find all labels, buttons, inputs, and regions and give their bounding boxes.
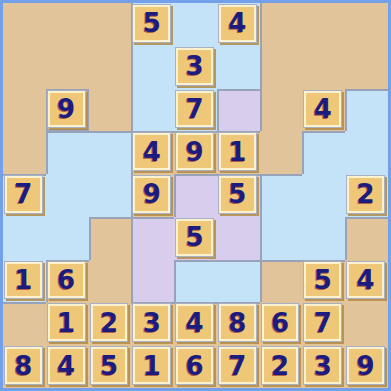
- cell-r8c4[interactable]: 6: [174, 345, 217, 388]
- cell-r2c1[interactable]: 9: [46, 89, 89, 132]
- tile[interactable]: 4: [303, 90, 342, 129]
- cell-r6c4[interactable]: [174, 260, 217, 303]
- tile-digit: 1: [57, 310, 75, 336]
- cell-r3c3[interactable]: 4: [131, 131, 174, 174]
- cell-r7c1[interactable]: 1: [46, 302, 89, 345]
- cell-r1c2[interactable]: [89, 46, 132, 89]
- cell-r2c3[interactable]: [131, 89, 174, 132]
- tile-digit: 6: [271, 310, 289, 336]
- cell-r3c0[interactable]: [3, 131, 46, 174]
- tile-digit: 1: [14, 267, 32, 293]
- tile[interactable]: 4: [47, 346, 86, 385]
- cell-r1c6[interactable]: [260, 46, 303, 89]
- tile-digit: 8: [228, 310, 246, 336]
- cell-r2c0[interactable]: [3, 89, 46, 132]
- cell-r4c7[interactable]: [302, 174, 345, 217]
- tile[interactable]: 8: [4, 346, 43, 385]
- tile[interactable]: 9: [47, 90, 86, 129]
- tile[interactable]: 5: [218, 175, 257, 214]
- cell-r2c7[interactable]: 4: [302, 89, 345, 132]
- cell-r0c4[interactable]: [174, 3, 217, 46]
- cell-r7c7[interactable]: 7: [302, 302, 345, 345]
- tile[interactable]: 2: [346, 175, 385, 214]
- cell-r6c2[interactable]: [89, 260, 132, 303]
- cell-r4c5[interactable]: 5: [217, 174, 260, 217]
- tile[interactable]: 6: [175, 346, 214, 385]
- tile[interactable]: 7: [175, 90, 214, 129]
- cell-r4c1[interactable]: [46, 174, 89, 217]
- cell-r4c2[interactable]: [89, 174, 132, 217]
- tile-digit: 7: [185, 96, 203, 122]
- tile-digit: 4: [143, 139, 161, 165]
- tile[interactable]: 6: [261, 303, 300, 342]
- tile-digit: 1: [228, 139, 246, 165]
- tile[interactable]: 4: [175, 303, 214, 342]
- cell-r0c3[interactable]: 5: [131, 3, 174, 46]
- tile[interactable]: 5: [175, 218, 214, 257]
- cell-r0c1[interactable]: [46, 3, 89, 46]
- tile[interactable]: 2: [90, 303, 129, 342]
- tile-digit: 4: [314, 96, 332, 122]
- tile-digit: 3: [185, 53, 203, 79]
- tile[interactable]: 3: [303, 346, 342, 385]
- tile[interactable]: 1: [4, 261, 43, 300]
- cell-r5c5[interactable]: [217, 217, 260, 260]
- tile-digit: 4: [57, 353, 75, 379]
- cell-r7c0[interactable]: [3, 302, 46, 345]
- tile[interactable]: 9: [346, 346, 385, 385]
- cell-r1c3[interactable]: [131, 46, 174, 89]
- cell-r0c7[interactable]: [302, 3, 345, 46]
- cell-r7c2[interactable]: 2: [89, 302, 132, 345]
- cell-r7c3[interactable]: 3: [131, 302, 174, 345]
- cell-r8c0[interactable]: 8: [3, 345, 46, 388]
- tile-digit: 3: [143, 310, 161, 336]
- tile[interactable]: 1: [132, 346, 171, 385]
- tile-digit: 9: [57, 96, 75, 122]
- cell-r0c6[interactable]: [260, 3, 303, 46]
- tile-digit: 2: [100, 310, 118, 336]
- cell-r0c8[interactable]: [345, 3, 388, 46]
- cell-r2c5[interactable]: [217, 89, 260, 132]
- cell-r5c0[interactable]: [3, 217, 46, 260]
- cell-r5c3[interactable]: [131, 217, 174, 260]
- cell-r7c4[interactable]: 4: [174, 302, 217, 345]
- cell-r4c8[interactable]: 2: [345, 174, 388, 217]
- tile-digit: 1: [143, 353, 161, 379]
- cell-r5c6[interactable]: [260, 217, 303, 260]
- tile-digit: 2: [357, 181, 375, 207]
- cell-r8c1[interactable]: 4: [46, 345, 89, 388]
- cell-r3c4[interactable]: 9: [174, 131, 217, 174]
- cell-r8c5[interactable]: 7: [217, 345, 260, 388]
- cell-r3c2[interactable]: [89, 131, 132, 174]
- tile-digit: 9: [185, 139, 203, 165]
- tile-digit: 7: [228, 353, 246, 379]
- cell-r1c7[interactable]: [302, 46, 345, 89]
- tile-digit: 4: [357, 267, 375, 293]
- tile-digit: 5: [185, 224, 203, 250]
- tile-digit: 3: [314, 353, 332, 379]
- tile[interactable]: 2: [261, 346, 300, 385]
- cell-r0c5[interactable]: 4: [217, 3, 260, 46]
- tile-digit: 4: [228, 10, 246, 36]
- tile-digit: 5: [143, 10, 161, 36]
- tile-digit: 5: [100, 353, 118, 379]
- tile[interactable]: 3: [132, 303, 171, 342]
- cell-r2c4[interactable]: 7: [174, 89, 217, 132]
- cell-r5c1[interactable]: [46, 217, 89, 260]
- tile[interactable]: 7: [4, 175, 43, 214]
- cell-r8c7[interactable]: 3: [302, 345, 345, 388]
- tile-digit: 2: [271, 353, 289, 379]
- tile[interactable]: 7: [218, 346, 257, 385]
- tile[interactable]: 7: [303, 303, 342, 342]
- tile[interactable]: 5: [132, 4, 171, 43]
- cell-r6c3[interactable]: [131, 260, 174, 303]
- tile[interactable]: 1: [218, 132, 257, 171]
- cell-r3c6[interactable]: [260, 131, 303, 174]
- cell-r3c8[interactable]: [345, 131, 388, 174]
- cell-r2c6[interactable]: [260, 89, 303, 132]
- tile-digit: 4: [185, 310, 203, 336]
- tile-digit: 8: [14, 353, 32, 379]
- cell-r6c0[interactable]: 1: [3, 260, 46, 303]
- tile-digit: 5: [314, 267, 332, 293]
- cell-r0c0[interactable]: [3, 3, 46, 46]
- cell-r5c8[interactable]: [345, 217, 388, 260]
- cell-r1c1[interactable]: [46, 46, 89, 89]
- tile[interactable]: 5: [90, 346, 129, 385]
- cell-r4c4[interactable]: [174, 174, 217, 217]
- tile-digit: 7: [14, 181, 32, 207]
- cell-r4c3[interactable]: 9: [131, 174, 174, 217]
- tile[interactable]: 3: [175, 47, 214, 86]
- tile[interactable]: 4: [218, 4, 257, 43]
- tile[interactable]: 1: [47, 303, 86, 342]
- cell-r1c8[interactable]: [345, 46, 388, 89]
- tile-digit: 7: [314, 310, 332, 336]
- cell-r0c2[interactable]: [89, 3, 132, 46]
- cell-r8c3[interactable]: 1: [131, 345, 174, 388]
- tile[interactable]: 5: [303, 261, 342, 300]
- cell-r6c6[interactable]: [260, 260, 303, 303]
- cell-r3c5[interactable]: 1: [217, 131, 260, 174]
- cell-r5c2[interactable]: [89, 217, 132, 260]
- tile-digit: 9: [357, 353, 375, 379]
- puzzle-board: 5439744917952516541234867845167239: [0, 0, 391, 391]
- cell-r7c6[interactable]: 6: [260, 302, 303, 345]
- tile-digit: 6: [57, 267, 75, 293]
- cell-r6c8[interactable]: 4: [345, 260, 388, 303]
- tile[interactable]: 9: [175, 132, 214, 171]
- cell-r1c0[interactable]: [3, 46, 46, 89]
- cell-r1c4[interactable]: 3: [174, 46, 217, 89]
- cell-r7c8[interactable]: [345, 302, 388, 345]
- tile[interactable]: 8: [218, 303, 257, 342]
- cell-r1c5[interactable]: [217, 46, 260, 89]
- cell-r3c7[interactable]: [302, 131, 345, 174]
- cell-r7c5[interactable]: 8: [217, 302, 260, 345]
- cell-r2c2[interactable]: [89, 89, 132, 132]
- cell-r8c8[interactable]: 9: [345, 345, 388, 388]
- cell-r4c0[interactable]: 7: [3, 174, 46, 217]
- tile-digit: 5: [228, 181, 246, 207]
- cell-r6c7[interactable]: 5: [302, 260, 345, 303]
- tile-digit: 6: [185, 353, 203, 379]
- cell-r6c1[interactable]: 6: [46, 260, 89, 303]
- tile[interactable]: 6: [47, 261, 86, 300]
- tile[interactable]: 4: [346, 261, 385, 300]
- cell-r2c8[interactable]: [345, 89, 388, 132]
- cell-r8c2[interactable]: 5: [89, 345, 132, 388]
- tile-digit: 9: [143, 181, 161, 207]
- cell-r4c6[interactable]: [260, 174, 303, 217]
- cell-r5c4[interactable]: 5: [174, 217, 217, 260]
- tile[interactable]: 9: [132, 175, 171, 214]
- tile[interactable]: 4: [132, 132, 171, 171]
- cell-r8c6[interactable]: 2: [260, 345, 303, 388]
- cell-r5c7[interactable]: [302, 217, 345, 260]
- cell-r3c1[interactable]: [46, 131, 89, 174]
- cell-r6c5[interactable]: [217, 260, 260, 303]
